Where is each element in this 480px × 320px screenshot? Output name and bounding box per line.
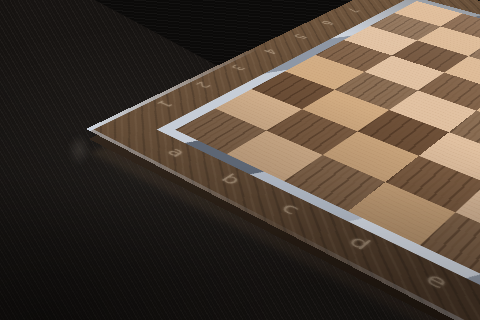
rank-label: 3 [228,63,249,72]
corner-reflection-glint [68,134,90,166]
file-label: c [277,201,304,218]
rank-label: 1 [154,99,176,109]
rank-label: 7 [344,7,362,13]
file-label: b [217,172,244,188]
rank-label: 6 [319,20,338,27]
rank-label: 4 [261,48,281,56]
file-label: d [345,233,375,253]
rank-label: 8 [369,0,387,1]
file-label: a [163,146,189,160]
rank-label: 2 [193,80,214,90]
photo-scene: abcdefgh12345678 [0,0,480,320]
rank-label: 5 [291,33,310,40]
file-label: e [421,270,452,292]
